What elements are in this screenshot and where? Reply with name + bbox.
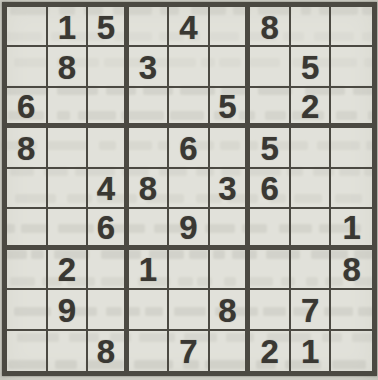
sudoku-cell-r2c6[interactable]: [210, 47, 251, 87]
sudoku-cell-r9c8[interactable]: 1: [291, 331, 332, 371]
sudoku-cell-r6c3[interactable]: 6: [88, 209, 129, 249]
sudoku-given-digit: 5: [97, 11, 115, 44]
sudoku-given-digit: 5: [301, 51, 319, 84]
sudoku-given-digit: 8: [343, 253, 361, 286]
sudoku-cell-r6c1[interactable]: [7, 209, 48, 249]
sudoku-given-digit: 8: [97, 335, 115, 368]
sudoku-cell-r9c7[interactable]: 2: [250, 331, 291, 371]
sudoku-cell-r6c8[interactable]: [291, 209, 332, 249]
sudoku-cell-r8c2[interactable]: 9: [48, 290, 89, 330]
sudoku-given-digit: 3: [139, 51, 157, 84]
sudoku-cell-r7c9[interactable]: 8: [331, 250, 372, 290]
sudoku-cell-r6c6[interactable]: [210, 209, 251, 249]
sudoku-cell-r7c2[interactable]: 2: [48, 250, 89, 290]
sudoku-given-digit: 8: [139, 172, 157, 205]
sudoku-given-digit: 6: [179, 132, 197, 165]
sudoku-cell-r9c1[interactable]: [7, 331, 48, 371]
sudoku-cell-r7c8[interactable]: [291, 250, 332, 290]
sudoku-cell-r4c4[interactable]: [129, 128, 170, 168]
sudoku-cell-r6c9[interactable]: 1: [331, 209, 372, 249]
sudoku-cell-r8c9[interactable]: [331, 290, 372, 330]
sudoku-cell-r3c5[interactable]: [169, 88, 210, 128]
sudoku-cell-r2c8[interactable]: 5: [291, 47, 332, 87]
sudoku-cell-r5c8[interactable]: [291, 169, 332, 209]
sudoku-cell-r3c2[interactable]: [48, 88, 89, 128]
sudoku-cell-r2c4[interactable]: 3: [129, 47, 170, 87]
sudoku-cell-r3c8[interactable]: 2: [291, 88, 332, 128]
sudoku-cell-r3c1[interactable]: 6: [7, 88, 48, 128]
sudoku-cell-r6c5[interactable]: 9: [169, 209, 210, 249]
sudoku-given-digit: 1: [139, 253, 157, 286]
sudoku-cell-r2c7[interactable]: [250, 47, 291, 87]
sudoku-cell-r2c9[interactable]: [331, 47, 372, 87]
sudoku-given-digit: 4: [179, 11, 197, 44]
sudoku-cell-r4c6[interactable]: [210, 128, 251, 168]
sudoku-cell-r4c3[interactable]: [88, 128, 129, 168]
sudoku-cell-r7c3[interactable]: [88, 250, 129, 290]
sudoku-cell-r1c5[interactable]: 4: [169, 7, 210, 47]
sudoku-cell-r1c2[interactable]: 1: [48, 7, 89, 47]
sudoku-cell-r4c5[interactable]: 6: [169, 128, 210, 168]
sudoku-cell-r5c1[interactable]: [7, 169, 48, 209]
sudoku-cell-r4c9[interactable]: [331, 128, 372, 168]
sudoku-cell-r5c6[interactable]: 3: [210, 169, 251, 209]
sudoku-cell-r7c5[interactable]: [169, 250, 210, 290]
sudoku-cell-r2c1[interactable]: [7, 47, 48, 87]
sudoku-cell-r9c2[interactable]: [48, 331, 89, 371]
sudoku-cell-r6c2[interactable]: [48, 209, 89, 249]
sudoku-cell-r8c7[interactable]: [250, 290, 291, 330]
sudoku-cell-r4c8[interactable]: [291, 128, 332, 168]
sudoku-cell-r3c9[interactable]: [331, 88, 372, 128]
sudoku-cell-r7c6[interactable]: [210, 250, 251, 290]
sudoku-cell-r1c9[interactable]: [331, 7, 372, 47]
sudoku-given-digit: 7: [179, 335, 197, 368]
sudoku-cell-r9c4[interactable]: [129, 331, 170, 371]
sudoku-cell-r5c2[interactable]: [48, 169, 89, 209]
sudoku-given-digit: 8: [218, 294, 236, 327]
sudoku-given-digit: 2: [301, 90, 319, 123]
sudoku-cell-r8c3[interactable]: [88, 290, 129, 330]
sudoku-cell-r2c5[interactable]: [169, 47, 210, 87]
sudoku-cell-r6c7[interactable]: [250, 209, 291, 249]
sudoku-given-digit: 9: [58, 294, 76, 327]
sudoku-cell-r2c2[interactable]: 8: [48, 47, 89, 87]
sudoku-given-digit: 1: [343, 211, 361, 244]
sudoku-cell-r1c7[interactable]: 8: [250, 7, 291, 47]
sudoku-given-digit: 8: [17, 132, 35, 165]
sudoku-cell-r3c6[interactable]: 5: [210, 88, 251, 128]
sudoku-given-digit: 1: [58, 11, 76, 44]
sudoku-given-digit: 4: [97, 172, 115, 205]
sudoku-given-digit: 9: [179, 211, 197, 244]
sudoku-cell-r8c4[interactable]: [129, 290, 170, 330]
sudoku-cell-r6c4[interactable]: [129, 209, 170, 249]
sudoku-given-digit: 8: [58, 51, 76, 84]
sudoku-given-digit: 2: [260, 335, 278, 368]
sudoku-given-digit: 5: [260, 132, 278, 165]
sudoku-cell-r3c3[interactable]: [88, 88, 129, 128]
sudoku-given-digit: 2: [58, 253, 76, 286]
sudoku-cell-r9c5[interactable]: 7: [169, 331, 210, 371]
sudoku-cell-r9c9[interactable]: [331, 331, 372, 371]
sudoku-given-digit: 8: [260, 11, 278, 44]
sudoku-cell-r1c4[interactable]: [129, 7, 170, 47]
sudoku-cell-r1c6[interactable]: [210, 7, 251, 47]
sudoku-cell-r3c4[interactable]: [129, 88, 170, 128]
sudoku-given-digit: 6: [17, 90, 35, 123]
sudoku-given-digit: 1: [301, 335, 319, 368]
sudoku-cell-r1c8[interactable]: [291, 7, 332, 47]
sudoku-given-digit: 5: [218, 90, 236, 123]
sudoku-cell-r2c3[interactable]: [88, 47, 129, 87]
scanned-newsprint-page: 154883565286548366912189878721: [0, 0, 378, 380]
sudoku-cell-r5c3[interactable]: 4: [88, 169, 129, 209]
sudoku-cell-r9c6[interactable]: [210, 331, 251, 371]
sudoku-cell-r8c6[interactable]: 8: [210, 290, 251, 330]
sudoku-board: 154883565286548366912189878721: [2, 2, 377, 376]
sudoku-cell-r8c5[interactable]: [169, 290, 210, 330]
sudoku-given-digit: 6: [97, 211, 115, 244]
sudoku-cell-r5c5[interactable]: [169, 169, 210, 209]
sudoku-cell-r7c7[interactable]: [250, 250, 291, 290]
sudoku-cell-r3c7[interactable]: [250, 88, 291, 128]
sudoku-cell-r4c2[interactable]: [48, 128, 89, 168]
sudoku-cell-r4c1[interactable]: 8: [7, 128, 48, 168]
sudoku-cell-r9c3[interactable]: 8: [88, 331, 129, 371]
sudoku-cell-r5c7[interactable]: 6: [250, 169, 291, 209]
sudoku-cell-r5c9[interactable]: [331, 169, 372, 209]
sudoku-given-digit: 3: [218, 172, 236, 205]
sudoku-cell-r1c1[interactable]: [7, 7, 48, 47]
sudoku-cell-r7c4[interactable]: 1: [129, 250, 170, 290]
sudoku-given-digit: 7: [301, 294, 319, 327]
sudoku-given-digit: 6: [260, 172, 278, 205]
sudoku-cell-r8c8[interactable]: 7: [291, 290, 332, 330]
sudoku-cell-r4c7[interactable]: 5: [250, 128, 291, 168]
sudoku-cell-r1c3[interactable]: 5: [88, 7, 129, 47]
sudoku-cell-r7c1[interactable]: [7, 250, 48, 290]
sudoku-cell-r8c1[interactable]: [7, 290, 48, 330]
sudoku-cell-r5c4[interactable]: 8: [129, 169, 170, 209]
